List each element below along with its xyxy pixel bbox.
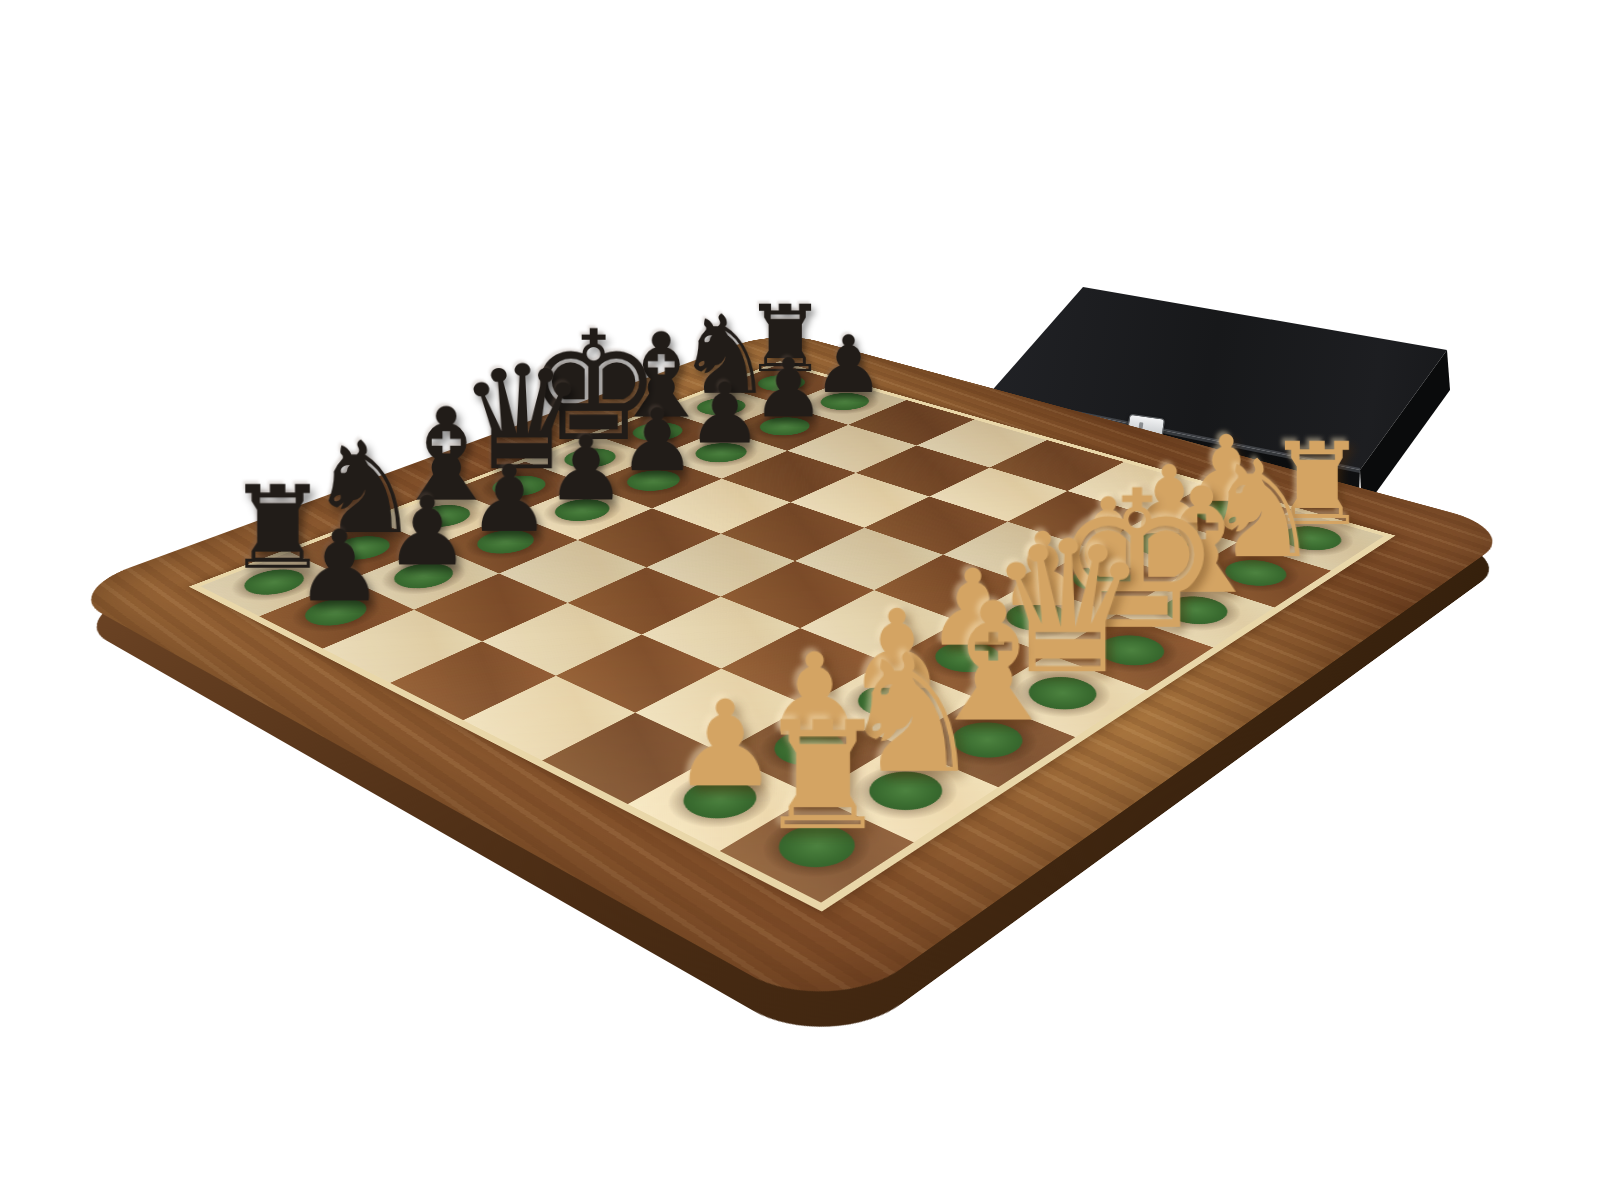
- piece-white-rook-a1: ♜: [724, 690, 921, 847]
- chess-board: ♜♞♟♝♟♚♟♛♟♝♟♞♟♟♜♟♟♜♟♟♞♟♝♟♚♟♛♟♝♟♞♜: [63, 330, 1518, 1019]
- white-rook-glyph: ♜: [756, 705, 890, 847]
- black-pawn-glyph: ♟: [295, 519, 384, 613]
- chess-scene: ♜♞♟♝♟♚♟♛♟♝♟♞♟♟♜♟♟♜♟♟♞♟♝♟♚♟♛♟♝♟♞♜: [280, 46, 1310, 1076]
- product-photo-page: { "scene": { "description": "Wooden ches…: [0, 0, 1600, 1201]
- piece-black-pawn-a7: ♟: [262, 509, 418, 613]
